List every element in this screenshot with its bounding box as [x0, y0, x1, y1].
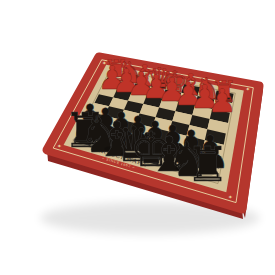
chess-board-scene: ✦✦✦✦· FAO SCHWARZ ·~ SINCE 1862 ~♜♞♝♛♚♝♞…: [0, 0, 275, 275]
product-photo: ✦✦✦✦· FAO SCHWARZ ·~ SINCE 1862 ~♜♞♝♛♚♝♞…: [0, 0, 275, 275]
corner-flourish-icon: ✦: [246, 86, 251, 92]
chess-piece-black-r: ♜: [186, 136, 229, 192]
corner-flourish-icon: ✦: [57, 143, 62, 149]
chess-piece-red-p: ♟: [207, 82, 236, 120]
corner-flourish-icon: ✦: [228, 194, 233, 200]
